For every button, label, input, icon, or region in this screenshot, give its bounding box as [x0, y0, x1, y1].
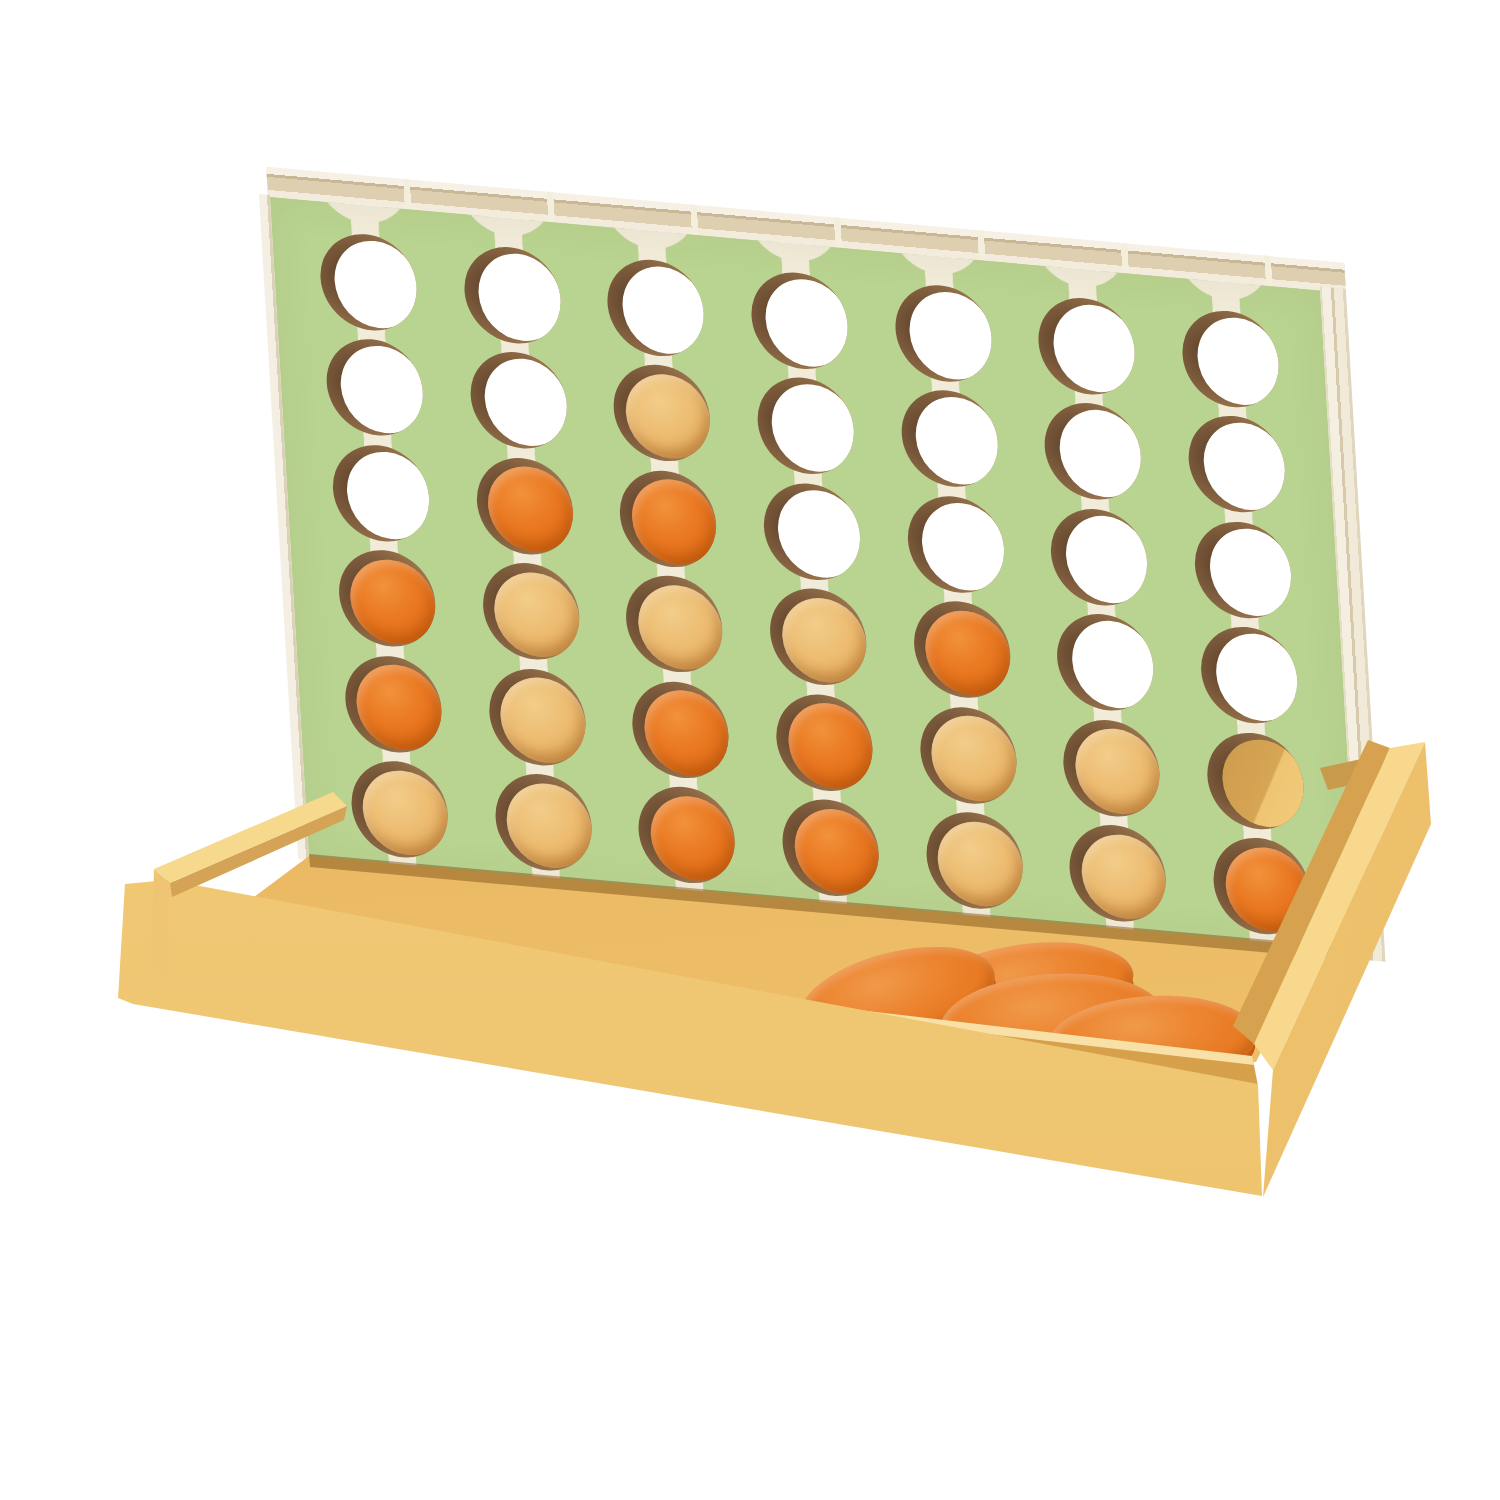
hole — [467, 348, 569, 453]
hole — [1036, 294, 1138, 399]
empty-hole — [913, 394, 1000, 489]
hole — [480, 559, 582, 664]
cell-r4c4[interactable] — [743, 578, 893, 696]
cell-r4c7[interactable] — [1174, 616, 1324, 734]
empty-hole — [1213, 630, 1300, 725]
cell-r2c2[interactable] — [443, 341, 593, 459]
empty-hole — [476, 250, 563, 345]
hole — [336, 546, 438, 651]
disc-tan — [492, 569, 581, 661]
cell-r2c1[interactable] — [300, 328, 450, 446]
cell-r4c6[interactable] — [1031, 603, 1181, 721]
disc-orange — [923, 607, 1012, 699]
hole — [774, 690, 876, 795]
hole — [780, 796, 882, 901]
cell-r1c4[interactable] — [725, 261, 875, 379]
cell-r1c5[interactable] — [868, 274, 1018, 392]
cell-r3c2[interactable] — [450, 447, 600, 565]
empty-hole — [1207, 525, 1294, 620]
hole — [611, 361, 713, 466]
hole — [1067, 821, 1169, 926]
hole — [1198, 623, 1300, 728]
empty-hole — [620, 262, 707, 357]
hole — [755, 374, 857, 479]
empty-hole — [1201, 419, 1288, 514]
cell-r3c7[interactable] — [1168, 511, 1318, 629]
disc-tan — [361, 767, 450, 859]
cell-r2c3[interactable] — [587, 354, 737, 472]
empty-hole — [1195, 314, 1282, 409]
disc-tan — [1073, 725, 1162, 817]
hole — [1055, 610, 1157, 715]
cell-r5c6[interactable] — [1037, 709, 1187, 827]
empty-hole — [1070, 617, 1157, 712]
cell-r3c1[interactable] — [306, 434, 456, 552]
hole — [342, 652, 444, 757]
disc-tan — [623, 371, 712, 463]
cell-r4c5[interactable] — [887, 591, 1037, 709]
hole — [749, 268, 851, 373]
cell-r2c4[interactable] — [731, 367, 881, 485]
cell-r6c2[interactable] — [468, 763, 618, 881]
disc-tan — [936, 818, 1025, 910]
hole — [761, 479, 863, 584]
disc-tan — [929, 713, 1018, 805]
disc-orange — [642, 687, 731, 779]
cell-r2c5[interactable] — [874, 380, 1024, 498]
empty-hole — [776, 486, 863, 581]
cell-r5c1[interactable] — [318, 645, 468, 763]
hole — [905, 492, 1007, 597]
hole — [924, 808, 1026, 913]
cell-r5c7[interactable] — [1181, 722, 1331, 840]
disc-tan — [504, 780, 593, 872]
hole — [917, 703, 1019, 808]
hole — [605, 255, 707, 360]
disc-orange — [486, 463, 575, 555]
hole — [1061, 716, 1163, 821]
hole — [630, 677, 732, 782]
cell-r3c4[interactable] — [737, 472, 887, 590]
cell-r2c6[interactable] — [1018, 392, 1168, 510]
cell-r3c6[interactable] — [1024, 498, 1174, 616]
cell-r4c3[interactable] — [600, 565, 750, 683]
cell-r4c2[interactable] — [456, 552, 606, 670]
hole — [636, 783, 738, 888]
hole — [492, 770, 594, 875]
cell-r5c4[interactable] — [749, 683, 899, 801]
cell-r6c1[interactable] — [325, 750, 475, 868]
hole — [349, 757, 451, 862]
disc-orange — [786, 700, 875, 792]
cell-r6c4[interactable] — [756, 789, 906, 907]
board-grid — [270, 197, 1359, 955]
disc-tan — [636, 582, 725, 674]
disc-tan — [1079, 831, 1168, 923]
hole — [624, 572, 726, 677]
cell-r6c6[interactable] — [1043, 814, 1193, 932]
hole — [899, 386, 1001, 491]
empty-hole — [920, 499, 1007, 594]
cell-r5c5[interactable] — [893, 696, 1043, 814]
hole — [461, 243, 563, 348]
empty-hole — [763, 275, 850, 370]
empty-hole — [345, 448, 432, 543]
hole — [1186, 412, 1288, 517]
cell-r5c2[interactable] — [462, 658, 612, 776]
disc-tan — [498, 674, 587, 766]
hole — [1180, 307, 1282, 412]
cell-r6c3[interactable] — [612, 776, 762, 894]
cell-r1c6[interactable] — [1012, 287, 1162, 405]
hole — [617, 466, 719, 571]
cell-r1c1[interactable] — [293, 223, 443, 341]
cell-r6c5[interactable] — [899, 802, 1049, 920]
disc-tan — [779, 594, 868, 686]
hole — [324, 335, 426, 440]
empty-hole — [1063, 512, 1150, 607]
empty-hole — [482, 355, 569, 450]
hole — [911, 597, 1013, 702]
game-board — [270, 197, 1359, 955]
empty-hole — [907, 288, 994, 383]
disc-orange — [354, 661, 443, 753]
hole — [767, 585, 869, 690]
empty-hole — [338, 342, 425, 437]
hole — [1042, 399, 1144, 504]
disc-orange — [629, 476, 718, 568]
cell-r3c5[interactable] — [881, 485, 1031, 603]
hole — [474, 454, 576, 559]
hole — [486, 665, 588, 770]
hole — [330, 441, 432, 546]
empty-hole — [770, 381, 857, 476]
cell-r5c3[interactable] — [606, 671, 756, 789]
disc-orange — [348, 556, 437, 648]
hole — [1192, 518, 1294, 623]
empty-hole — [332, 237, 419, 332]
cell-r1c3[interactable] — [581, 249, 731, 367]
cell-r4c1[interactable] — [312, 539, 462, 657]
cell-r1c2[interactable] — [437, 236, 587, 354]
disc-orange — [792, 805, 881, 897]
empty-hole-showing-tray — [1219, 736, 1306, 831]
cell-r1c7[interactable] — [1156, 300, 1306, 418]
cell-r3c3[interactable] — [593, 460, 743, 578]
disc-orange — [648, 793, 737, 885]
hole — [318, 230, 420, 335]
hole — [892, 281, 994, 386]
cell-r2c7[interactable] — [1162, 405, 1312, 523]
hole — [1049, 505, 1151, 610]
connect-four-product-photo — [0, 0, 1500, 1500]
empty-hole — [1051, 301, 1138, 396]
hole — [1205, 729, 1307, 834]
empty-hole — [1057, 406, 1144, 501]
